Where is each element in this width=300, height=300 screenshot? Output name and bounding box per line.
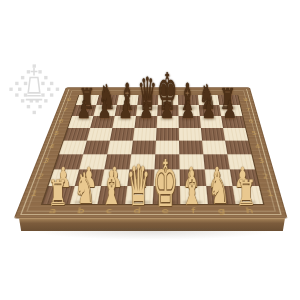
square-e4 <box>155 141 179 155</box>
board-shadow <box>30 228 276 240</box>
square-e6 <box>157 116 179 128</box>
square-h4 <box>225 141 251 155</box>
square-c5 <box>110 128 135 141</box>
square-h5 <box>223 128 248 141</box>
square-d6 <box>134 116 157 128</box>
file-coordinates: abcdefgh <box>37 206 265 216</box>
square-f5 <box>179 128 202 141</box>
square-g5 <box>201 128 225 141</box>
square-d3 <box>129 154 155 169</box>
square-b5 <box>87 128 113 141</box>
square-h8 <box>218 95 240 105</box>
square-b3 <box>79 154 107 169</box>
square-f1 <box>180 186 208 204</box>
square-b6 <box>90 116 114 128</box>
file-label-h: h <box>235 206 265 216</box>
square-c8 <box>117 95 139 105</box>
file-label-d: d <box>122 206 151 216</box>
square-e8 <box>158 95 179 105</box>
square-b2 <box>75 169 105 185</box>
square-c7 <box>115 105 138 116</box>
watermark-logo-icon <box>5 55 63 123</box>
square-e1 <box>153 186 181 204</box>
square-g2 <box>205 169 233 185</box>
square-f7 <box>178 105 200 116</box>
square-e3 <box>154 154 179 169</box>
file-label-a: a <box>37 206 68 216</box>
square-e7 <box>157 105 178 116</box>
file-label-g: g <box>207 206 236 216</box>
square-d2 <box>127 169 154 185</box>
file-label-c: c <box>94 206 124 216</box>
square-b8 <box>96 95 118 105</box>
square-g8 <box>198 95 219 105</box>
square-e5 <box>156 128 179 141</box>
square-f4 <box>179 141 203 155</box>
square-g3 <box>203 154 229 169</box>
square-g4 <box>202 141 227 155</box>
file-label-f: f <box>179 206 208 216</box>
square-c2 <box>101 169 129 185</box>
square-f3 <box>179 154 204 169</box>
square-h1 <box>233 186 264 204</box>
square-b1 <box>70 186 101 204</box>
square-f2 <box>180 169 207 185</box>
square-c1 <box>98 186 128 204</box>
square-c4 <box>107 141 133 155</box>
square-d5 <box>133 128 157 141</box>
square-d7 <box>136 105 158 116</box>
square-d4 <box>131 141 156 155</box>
square-c3 <box>104 154 131 169</box>
square-b4 <box>83 141 110 155</box>
square-d1 <box>125 186 154 204</box>
square-g6 <box>200 116 223 128</box>
square-h2 <box>230 169 259 185</box>
square-e2 <box>154 169 180 185</box>
square-b7 <box>93 105 116 116</box>
square-h6 <box>221 116 245 128</box>
square-h7 <box>219 105 242 116</box>
square-d8 <box>137 95 158 105</box>
product-photo: abcdefgh 87654321 87654321 ♜♞♝♛♚♝♞♜♟♟♟♟♟… <box>0 0 300 300</box>
square-f8 <box>178 95 199 105</box>
square-g7 <box>199 105 221 116</box>
square-f6 <box>179 116 201 128</box>
board-squares-grid <box>41 95 265 205</box>
file-label-e: e <box>151 206 179 216</box>
square-h3 <box>227 154 255 169</box>
square-c6 <box>112 116 136 128</box>
square-g1 <box>206 186 235 204</box>
file-label-b: b <box>66 206 96 216</box>
